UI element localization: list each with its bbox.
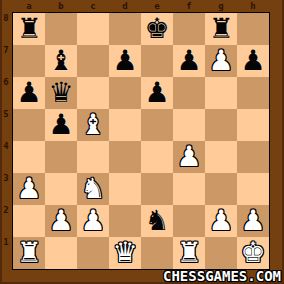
square-g8[interactable]: ♜: [205, 13, 237, 45]
square-g2[interactable]: ♟: [205, 205, 237, 237]
square-f4[interactable]: ♟: [173, 141, 205, 173]
rank-label-8: 8: [0, 13, 12, 45]
square-f6[interactable]: [173, 77, 205, 109]
rank-label-4: 4: [0, 141, 12, 173]
square-h4[interactable]: [237, 141, 269, 173]
white-queen-d1[interactable]: ♛: [112, 239, 137, 267]
square-a7[interactable]: [13, 45, 45, 77]
file-label-b: b: [45, 1, 77, 12]
square-a8[interactable]: ♜: [13, 13, 45, 45]
square-d1[interactable]: ♛: [109, 237, 141, 269]
square-g1[interactable]: [205, 237, 237, 269]
square-f2[interactable]: [173, 205, 205, 237]
square-h2[interactable]: ♟: [237, 205, 269, 237]
square-h6[interactable]: [237, 77, 269, 109]
white-king-h1[interactable]: ♚: [240, 239, 265, 267]
black-queen-b6[interactable]: ♛: [48, 79, 73, 107]
white-rook-f1[interactable]: ♜: [176, 239, 201, 267]
rank-label-3: 3: [0, 173, 12, 205]
square-b4[interactable]: [45, 141, 77, 173]
square-e1[interactable]: [141, 237, 173, 269]
rank-label-6: 6: [0, 77, 12, 109]
white-pawn-a3[interactable]: ♟: [16, 175, 41, 203]
square-a4[interactable]: [13, 141, 45, 173]
square-g5[interactable]: [205, 109, 237, 141]
square-b3[interactable]: [45, 173, 77, 205]
white-pawn-g2[interactable]: ♟: [208, 207, 233, 235]
black-rook-g8[interactable]: ♜: [208, 15, 233, 43]
square-c4[interactable]: [77, 141, 109, 173]
chess-board: ♜♚♜♝♟♟♟♟♟♛♟♟♝♟♟♞♟♟♞♟♟♜♛♜♚: [12, 12, 270, 270]
square-b6[interactable]: ♛: [45, 77, 77, 109]
white-pawn-f4[interactable]: ♟: [176, 143, 201, 171]
square-a3[interactable]: ♟: [13, 173, 45, 205]
square-h3[interactable]: [237, 173, 269, 205]
square-g7[interactable]: ♟: [205, 45, 237, 77]
square-e3[interactable]: [141, 173, 173, 205]
rank-label-5: 5: [0, 109, 12, 141]
square-d3[interactable]: [109, 173, 141, 205]
file-label-g: g: [205, 1, 237, 12]
square-a2[interactable]: [13, 205, 45, 237]
black-pawn-b5[interactable]: ♟: [48, 111, 73, 139]
square-f1[interactable]: ♜: [173, 237, 205, 269]
square-c5[interactable]: ♝: [77, 109, 109, 141]
white-pawn-g7[interactable]: ♟: [208, 47, 233, 75]
black-king-e8[interactable]: ♚: [144, 15, 169, 43]
white-pawn-h2[interactable]: ♟: [240, 207, 265, 235]
file-label-f: f: [173, 1, 205, 12]
file-label-d: d: [109, 1, 141, 12]
square-b5[interactable]: ♟: [45, 109, 77, 141]
square-g6[interactable]: [205, 77, 237, 109]
white-bishop-c5[interactable]: ♝: [80, 111, 105, 139]
white-knight-c3[interactable]: ♞: [80, 175, 105, 203]
square-f8[interactable]: [173, 13, 205, 45]
square-h8[interactable]: [237, 13, 269, 45]
file-label-e: e: [141, 1, 173, 12]
black-pawn-e6[interactable]: ♟: [144, 79, 169, 107]
square-e7[interactable]: [141, 45, 173, 77]
square-c2[interactable]: ♟: [77, 205, 109, 237]
white-rook-a1[interactable]: ♜: [16, 239, 41, 267]
square-a6[interactable]: ♟: [13, 77, 45, 109]
square-f7[interactable]: ♟: [173, 45, 205, 77]
rank-label-2: 2: [0, 205, 12, 237]
square-d2[interactable]: [109, 205, 141, 237]
square-c6[interactable]: [77, 77, 109, 109]
square-g3[interactable]: [205, 173, 237, 205]
square-g4[interactable]: [205, 141, 237, 173]
watermark: CHESSGAMES.COM: [163, 268, 281, 284]
black-bishop-b7[interactable]: ♝: [48, 47, 73, 75]
black-pawn-f7[interactable]: ♟: [176, 47, 201, 75]
file-label-a: a: [13, 1, 45, 12]
rank-label-1: 1: [0, 237, 12, 269]
white-pawn-c2[interactable]: ♟: [80, 207, 105, 235]
square-b2[interactable]: ♟: [45, 205, 77, 237]
square-e4[interactable]: [141, 141, 173, 173]
square-c3[interactable]: ♞: [77, 173, 109, 205]
black-pawn-h7[interactable]: ♟: [240, 47, 265, 75]
square-b7[interactable]: ♝: [45, 45, 77, 77]
black-rook-a8[interactable]: ♜: [16, 15, 41, 43]
square-d6[interactable]: [109, 77, 141, 109]
square-h7[interactable]: ♟: [237, 45, 269, 77]
black-pawn-d7[interactable]: ♟: [112, 47, 137, 75]
square-c8[interactable]: [77, 13, 109, 45]
rank-label-7: 7: [0, 45, 12, 77]
square-e5[interactable]: [141, 109, 173, 141]
square-a5[interactable]: [13, 109, 45, 141]
square-f5[interactable]: [173, 109, 205, 141]
square-h5[interactable]: [237, 109, 269, 141]
square-e6[interactable]: ♟: [141, 77, 173, 109]
file-label-c: c: [77, 1, 109, 12]
square-d8[interactable]: [109, 13, 141, 45]
square-e2[interactable]: ♞: [141, 205, 173, 237]
black-knight-e2[interactable]: ♞: [144, 207, 169, 235]
white-pawn-b2[interactable]: ♟: [48, 207, 73, 235]
square-h1[interactable]: ♚: [237, 237, 269, 269]
square-b1[interactable]: [45, 237, 77, 269]
file-label-h: h: [237, 1, 269, 12]
square-b8[interactable]: [45, 13, 77, 45]
square-c1[interactable]: [77, 237, 109, 269]
square-a1[interactable]: ♜: [13, 237, 45, 269]
square-d7[interactable]: ♟: [109, 45, 141, 77]
square-e8[interactable]: ♚: [141, 13, 173, 45]
black-pawn-a6[interactable]: ♟: [16, 79, 41, 107]
square-d4[interactable]: [109, 141, 141, 173]
square-c7[interactable]: [77, 45, 109, 77]
square-d5[interactable]: [109, 109, 141, 141]
board-frame: abcdefgh 87654321 ♜♚♜♝♟♟♟♟♟♛♟♟♝♟♟♞♟♟♞♟♟♜…: [0, 0, 284, 284]
square-f3[interactable]: [173, 173, 205, 205]
